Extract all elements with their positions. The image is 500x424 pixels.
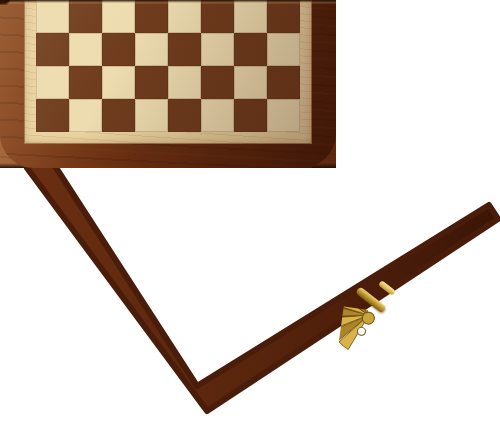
square-c4[interactable] [102,0,135,33]
square-g1[interactable] [234,99,267,132]
piece-white-rook-h1[interactable]: ♜ [0,0,7,2]
square-e2[interactable] [168,66,201,99]
square-e3[interactable] [168,33,201,66]
square-c3[interactable] [102,33,135,66]
hinge-seam-near-edge [0,0,336,4]
square-h1[interactable] [267,99,300,132]
clasp-fan-plate[interactable] [337,307,395,364]
square-d4[interactable] [135,0,168,33]
square-h4[interactable] [267,0,300,33]
square-a3[interactable] [36,33,69,66]
square-h2[interactable] [267,66,300,99]
travel-chess-set-photo: ♜♞♝♛♚♝♞♜♟♟♟♟♟♟♟♟♟♟♟♟♟♟♟♟♜♞♝♛♚♝♞♜ [0,0,500,424]
square-h3[interactable] [267,33,300,66]
square-d3[interactable] [135,33,168,66]
square-e4[interactable] [168,0,201,33]
board-grid-near [36,0,300,132]
square-a4[interactable] [36,0,69,33]
board-half-near [0,0,336,168]
brass-clasp[interactable] [340,284,410,368]
square-a1[interactable] [36,99,69,132]
square-f1[interactable] [201,99,234,132]
square-a2[interactable] [36,66,69,99]
square-f2[interactable] [201,66,234,99]
square-e1[interactable] [168,99,201,132]
case-thickness-edge [27,146,498,411]
square-d2[interactable] [135,66,168,99]
square-g4[interactable] [234,0,267,33]
square-c2[interactable] [102,66,135,99]
square-c1[interactable] [102,99,135,132]
square-b2[interactable] [69,66,102,99]
square-g3[interactable] [234,33,267,66]
square-b1[interactable] [69,99,102,132]
square-b4[interactable] [69,0,102,33]
square-d1[interactable] [135,99,168,132]
square-f4[interactable] [201,0,234,33]
clasp-screw-hole [357,327,366,336]
square-b3[interactable] [69,33,102,66]
square-f3[interactable] [201,33,234,66]
square-g2[interactable] [234,66,267,99]
